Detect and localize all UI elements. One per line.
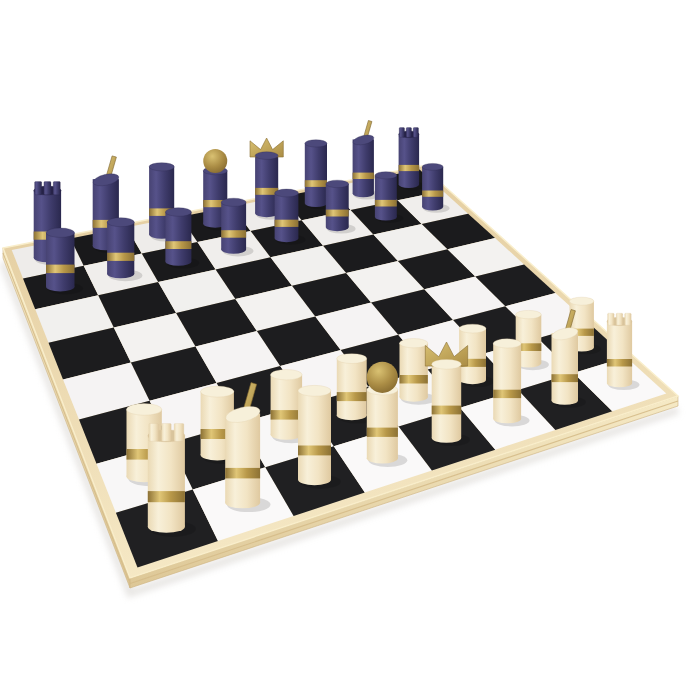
rook-prong [625,313,632,325]
rook-prong [616,313,623,325]
rook-prong [44,182,51,195]
rook-prong [35,182,42,195]
chessboard[interactable] [0,0,700,700]
rook-prong [399,128,404,138]
rook-prong [53,182,60,195]
rook-prong [608,313,615,325]
rook-prong [149,424,159,442]
chess-set-product-photo [0,0,700,700]
queen-ball [203,149,227,173]
rook-prong [413,128,418,138]
queen-ball [367,362,398,393]
rook-prong [174,424,184,442]
rook-prong [162,424,172,442]
rook-prong [406,128,411,138]
